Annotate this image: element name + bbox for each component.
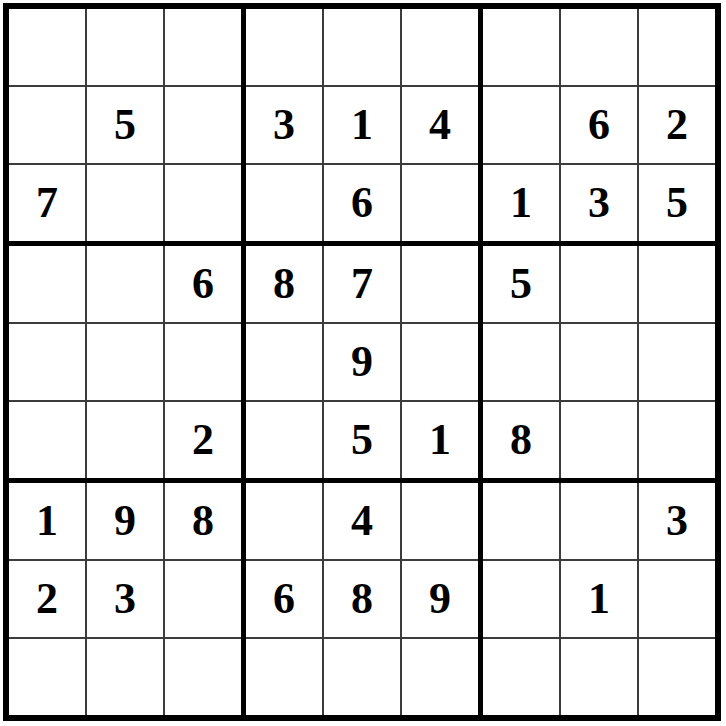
- sudoku-cell[interactable]: [9, 402, 85, 478]
- sudoku-cell[interactable]: 3: [561, 165, 637, 241]
- sudoku-cell[interactable]: [483, 324, 559, 400]
- sudoku-cell[interactable]: [483, 561, 559, 637]
- sudoku-cell[interactable]: [165, 87, 241, 163]
- sudoku-cell[interactable]: [9, 87, 85, 163]
- sudoku-cell[interactable]: [165, 9, 241, 85]
- sudoku-cell[interactable]: 2: [9, 561, 85, 637]
- sudoku-cell[interactable]: 8: [324, 561, 400, 637]
- sudoku-box: 58: [483, 246, 715, 478]
- sudoku-cell[interactable]: [483, 639, 559, 715]
- sudoku-box: 87951: [246, 246, 478, 478]
- sudoku-cell[interactable]: 5: [483, 246, 559, 322]
- sudoku-cell[interactable]: [483, 9, 559, 85]
- sudoku-cell[interactable]: [246, 402, 322, 478]
- sudoku-cell[interactable]: 7: [324, 246, 400, 322]
- sudoku-cell[interactable]: 6: [561, 87, 637, 163]
- sudoku-cell[interactable]: [246, 483, 322, 559]
- sudoku-cell[interactable]: [87, 165, 163, 241]
- sudoku-cell[interactable]: 1: [324, 87, 400, 163]
- sudoku-box: 31: [483, 483, 715, 715]
- sudoku-box: 4689: [246, 483, 478, 715]
- sudoku-cell[interactable]: 5: [87, 87, 163, 163]
- sudoku-cell[interactable]: [639, 639, 715, 715]
- sudoku-cell[interactable]: [165, 165, 241, 241]
- sudoku-cell[interactable]: 4: [324, 483, 400, 559]
- sudoku-cell[interactable]: [402, 9, 478, 85]
- sudoku-cell[interactable]: 2: [639, 87, 715, 163]
- sudoku-cell[interactable]: 8: [165, 483, 241, 559]
- sudoku-box: 19823: [9, 483, 241, 715]
- sudoku-cell[interactable]: [324, 9, 400, 85]
- sudoku-cell[interactable]: 2: [165, 402, 241, 478]
- sudoku-cell[interactable]: [639, 9, 715, 85]
- sudoku-cell[interactable]: [402, 483, 478, 559]
- sudoku-box: 62: [9, 246, 241, 478]
- sudoku-cell[interactable]: [402, 165, 478, 241]
- sudoku-cell[interactable]: [402, 324, 478, 400]
- sudoku-cell[interactable]: [561, 324, 637, 400]
- sudoku-cell[interactable]: [246, 9, 322, 85]
- sudoku-cell[interactable]: 8: [483, 402, 559, 478]
- sudoku-cell[interactable]: [9, 324, 85, 400]
- sudoku-cell[interactable]: 9: [87, 483, 163, 559]
- sudoku-cell[interactable]: [165, 324, 241, 400]
- sudoku-cell[interactable]: 5: [324, 402, 400, 478]
- sudoku-cell[interactable]: [87, 9, 163, 85]
- sudoku-cell[interactable]: [87, 246, 163, 322]
- sudoku-cell[interactable]: [639, 402, 715, 478]
- sudoku-cell[interactable]: [483, 483, 559, 559]
- sudoku-cell[interactable]: [87, 324, 163, 400]
- sudoku-cell[interactable]: [402, 639, 478, 715]
- sudoku-cell[interactable]: [246, 165, 322, 241]
- sudoku-cell[interactable]: 6: [246, 561, 322, 637]
- sudoku-box: 62135: [483, 9, 715, 241]
- sudoku-cell[interactable]: [324, 639, 400, 715]
- sudoku-cell[interactable]: 6: [324, 165, 400, 241]
- sudoku-cell[interactable]: [483, 87, 559, 163]
- sudoku-cell[interactable]: 3: [639, 483, 715, 559]
- sudoku-cell[interactable]: 1: [561, 561, 637, 637]
- sudoku-cell[interactable]: 5: [639, 165, 715, 241]
- sudoku-cell[interactable]: [165, 639, 241, 715]
- page: 5731466213562879515819823468931: [0, 0, 726, 726]
- sudoku-cell[interactable]: [9, 9, 85, 85]
- sudoku-cell[interactable]: [402, 246, 478, 322]
- sudoku-cell[interactable]: 1: [483, 165, 559, 241]
- sudoku-box: 57: [9, 9, 241, 241]
- sudoku-cell[interactable]: 8: [246, 246, 322, 322]
- sudoku-cell[interactable]: 3: [246, 87, 322, 163]
- sudoku-cell[interactable]: 9: [324, 324, 400, 400]
- sudoku-cell[interactable]: 7: [9, 165, 85, 241]
- sudoku-cell[interactable]: 9: [402, 561, 478, 637]
- sudoku-cell[interactable]: [561, 246, 637, 322]
- sudoku-cell[interactable]: [246, 324, 322, 400]
- sudoku-cell[interactable]: [639, 324, 715, 400]
- sudoku-cell[interactable]: [9, 246, 85, 322]
- sudoku-cell[interactable]: [639, 561, 715, 637]
- sudoku-cell[interactable]: 3: [87, 561, 163, 637]
- sudoku-cell[interactable]: 1: [9, 483, 85, 559]
- sudoku-cell[interactable]: [87, 639, 163, 715]
- sudoku-cell[interactable]: 6: [165, 246, 241, 322]
- sudoku-cell[interactable]: [639, 246, 715, 322]
- sudoku-cell[interactable]: 4: [402, 87, 478, 163]
- sudoku-cell[interactable]: [165, 561, 241, 637]
- sudoku-cell[interactable]: [561, 402, 637, 478]
- sudoku-cell[interactable]: [87, 402, 163, 478]
- sudoku-cell[interactable]: [561, 639, 637, 715]
- sudoku-cell[interactable]: [561, 483, 637, 559]
- sudoku-cell[interactable]: [246, 639, 322, 715]
- sudoku-cell[interactable]: 1: [402, 402, 478, 478]
- sudoku-cell[interactable]: [9, 639, 85, 715]
- sudoku-cell[interactable]: [561, 9, 637, 85]
- sudoku-board: 5731466213562879515819823468931: [3, 3, 721, 721]
- sudoku-box: 3146: [246, 9, 478, 241]
